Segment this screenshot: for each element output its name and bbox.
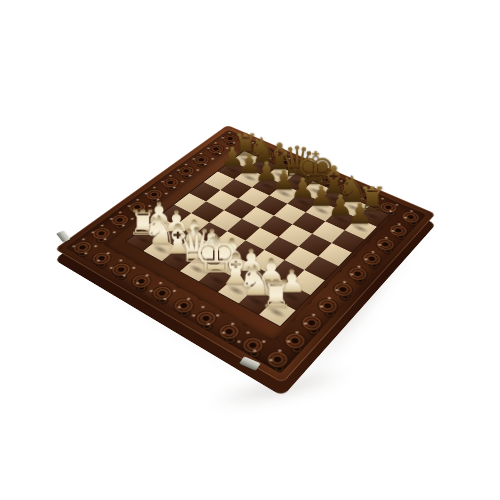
white-rook-glyph: ♜ xyxy=(243,275,310,313)
carved-frame: ♜♞♝♛♚♝♞♜♟♟♟♟♟♟♟♟♟♟♟♟♟♟♟♟♜♞♝♛♚♝♞♜ xyxy=(55,125,436,383)
chess-board-case: ♜♞♝♛♚♝♞♜♟♟♟♟♟♟♟♟♟♟♟♟♟♟♟♟♜♞♝♛♚♝♞♜ xyxy=(55,125,436,383)
hinge-clasp xyxy=(56,231,70,243)
product-photo: ♜♞♝♛♚♝♞♜♟♟♟♟♟♟♟♟♟♟♟♟♟♟♟♟♜♞♝♛♚♝♞♜ xyxy=(0,0,500,500)
scene-stage: ♜♞♝♛♚♝♞♜♟♟♟♟♟♟♟♟♟♟♟♟♟♟♟♟♜♞♝♛♚♝♞♜ xyxy=(0,0,500,500)
